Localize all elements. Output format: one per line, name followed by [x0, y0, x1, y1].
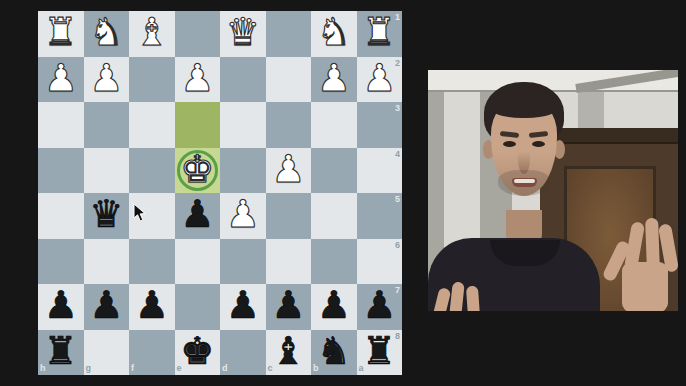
- piece-black-pawn[interactable]: ♟: [180, 195, 214, 233]
- square-g1[interactable]: ♞: [84, 11, 130, 57]
- square-h7[interactable]: ♟: [38, 284, 84, 330]
- square-g6[interactable]: [84, 239, 130, 285]
- piece-white-pawn[interactable]: ♟: [89, 59, 123, 97]
- square-d6[interactable]: [220, 239, 266, 285]
- piece-white-pawn[interactable]: ♟: [226, 195, 260, 233]
- square-d3[interactable]: [220, 102, 266, 148]
- teeth: [514, 179, 535, 183]
- square-c1[interactable]: [266, 11, 312, 57]
- square-d4[interactable]: [220, 148, 266, 194]
- square-b4[interactable]: [311, 148, 357, 194]
- piece-black-pawn[interactable]: ♟: [226, 286, 260, 324]
- file-label-f: f: [131, 364, 134, 373]
- square-a3[interactable]: 3: [357, 102, 403, 148]
- square-e2[interactable]: ♟: [175, 57, 221, 103]
- piece-black-pawn[interactable]: ♟: [317, 286, 351, 324]
- square-f8[interactable]: f: [129, 330, 175, 376]
- left-hand: [434, 278, 486, 311]
- file-label-d: d: [222, 364, 228, 373]
- piece-white-rook[interactable]: ♜: [44, 13, 78, 51]
- piece-black-rook[interactable]: ♜: [44, 332, 78, 370]
- piece-white-pawn[interactable]: ♟: [317, 59, 351, 97]
- square-d1[interactable]: ♛: [220, 11, 266, 57]
- square-g2[interactable]: ♟: [84, 57, 130, 103]
- piece-white-pawn[interactable]: ♟: [271, 150, 305, 188]
- piece-white-bishop[interactable]: ♝: [135, 13, 169, 51]
- video-frame: ♜♞♝♛♞♜1♟♟♟♟♟23♚♟4♛♟♟56♟♟♟♟♟♟♟7♜hgf♚ed♝c♞…: [0, 0, 686, 386]
- square-a6[interactable]: 6: [357, 239, 403, 285]
- square-f2[interactable]: [129, 57, 175, 103]
- square-b6[interactable]: [311, 239, 357, 285]
- square-a7[interactable]: ♟7: [357, 284, 403, 330]
- square-b7[interactable]: ♟: [311, 284, 357, 330]
- square-e8[interactable]: ♚e: [175, 330, 221, 376]
- piece-white-king[interactable]: ♚: [180, 150, 214, 188]
- square-g5[interactable]: ♛: [84, 193, 130, 239]
- piece-white-knight[interactable]: ♞: [89, 13, 123, 51]
- square-g3[interactable]: [84, 102, 130, 148]
- square-f5[interactable]: [129, 193, 175, 239]
- square-e6[interactable]: [175, 239, 221, 285]
- piece-black-bishop[interactable]: ♝: [271, 332, 305, 370]
- square-g4[interactable]: [84, 148, 130, 194]
- webcam-feed: [428, 70, 678, 311]
- square-e3[interactable]: [175, 102, 221, 148]
- square-f4[interactable]: [129, 148, 175, 194]
- piece-black-knight[interactable]: ♞: [317, 332, 351, 370]
- square-e5[interactable]: ♟: [175, 193, 221, 239]
- chess-board[interactable]: ♜♞♝♛♞♜1♟♟♟♟♟23♚♟4♛♟♟56♟♟♟♟♟♟♟7♜hgf♚ed♝c♞…: [38, 11, 402, 375]
- file-label-g: g: [86, 364, 92, 373]
- eye: [503, 141, 516, 147]
- square-h2[interactable]: ♟: [38, 57, 84, 103]
- piece-black-pawn[interactable]: ♟: [271, 286, 305, 324]
- square-h3[interactable]: [38, 102, 84, 148]
- piece-white-pawn[interactable]: ♟: [44, 59, 78, 97]
- square-a4[interactable]: 4: [357, 148, 403, 194]
- square-d5[interactable]: ♟: [220, 193, 266, 239]
- square-f6[interactable]: [129, 239, 175, 285]
- square-c2[interactable]: [266, 57, 312, 103]
- square-h6[interactable]: [38, 239, 84, 285]
- square-e1[interactable]: [175, 11, 221, 57]
- rank-label-4: 4: [395, 150, 400, 159]
- piece-white-pawn[interactable]: ♟: [180, 59, 214, 97]
- square-b5[interactable]: [311, 193, 357, 239]
- square-d8[interactable]: d: [220, 330, 266, 376]
- square-f1[interactable]: ♝: [129, 11, 175, 57]
- rank-label-3: 3: [395, 104, 400, 113]
- right-hand: [604, 216, 678, 311]
- square-f3[interactable]: [129, 102, 175, 148]
- square-b1[interactable]: ♞: [311, 11, 357, 57]
- square-d2[interactable]: [220, 57, 266, 103]
- piece-white-pawn[interactable]: ♟: [362, 59, 396, 97]
- square-c8[interactable]: ♝c: [266, 330, 312, 376]
- square-a5[interactable]: 5: [357, 193, 403, 239]
- square-h4[interactable]: [38, 148, 84, 194]
- piece-black-rook[interactable]: ♜: [362, 332, 396, 370]
- square-c3[interactable]: [266, 102, 312, 148]
- square-g8[interactable]: g: [84, 330, 130, 376]
- rank-label-5: 5: [395, 195, 400, 204]
- square-f7[interactable]: ♟: [129, 284, 175, 330]
- square-d7[interactable]: ♟: [220, 284, 266, 330]
- piece-black-pawn[interactable]: ♟: [44, 286, 78, 324]
- square-h1[interactable]: ♜: [38, 11, 84, 57]
- piece-black-pawn[interactable]: ♟: [135, 286, 169, 324]
- square-c4[interactable]: ♟: [266, 148, 312, 194]
- square-b8[interactable]: ♞b: [311, 330, 357, 376]
- square-b2[interactable]: ♟: [311, 57, 357, 103]
- piece-black-queen[interactable]: ♛: [89, 195, 123, 233]
- eye: [532, 141, 545, 147]
- square-h8[interactable]: ♜h: [38, 330, 84, 376]
- square-e4[interactable]: ♚: [175, 148, 221, 194]
- piece-white-rook[interactable]: ♜: [362, 13, 396, 51]
- piece-black-pawn[interactable]: ♟: [89, 286, 123, 324]
- piece-white-knight[interactable]: ♞: [317, 13, 351, 51]
- piece-black-pawn[interactable]: ♟: [362, 286, 396, 324]
- square-c7[interactable]: ♟: [266, 284, 312, 330]
- square-b3[interactable]: [311, 102, 357, 148]
- rank-label-6: 6: [395, 241, 400, 250]
- piece-black-king[interactable]: ♚: [180, 332, 214, 370]
- square-c6[interactable]: [266, 239, 312, 285]
- person-hairline: [488, 92, 560, 118]
- square-h5[interactable]: [38, 193, 84, 239]
- square-a8[interactable]: ♜a8: [357, 330, 403, 376]
- square-a1[interactable]: ♜1: [357, 11, 403, 57]
- piece-white-queen[interactable]: ♛: [226, 13, 260, 51]
- square-e7[interactable]: [175, 284, 221, 330]
- square-g7[interactable]: ♟: [84, 284, 130, 330]
- square-a2[interactable]: ♟2: [357, 57, 403, 103]
- square-c5[interactable]: [266, 193, 312, 239]
